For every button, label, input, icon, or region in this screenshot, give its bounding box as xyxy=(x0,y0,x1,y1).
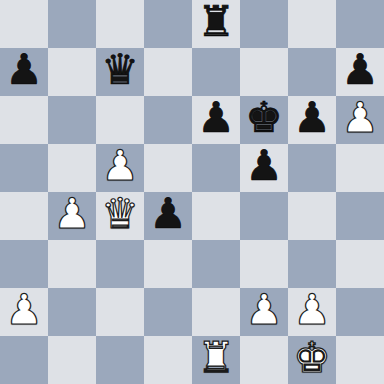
white-pawn[interactable]: ♟ xyxy=(245,288,283,334)
white-pawn[interactable]: ♟ xyxy=(53,192,91,238)
square-a3[interactable] xyxy=(0,240,48,288)
square-e3[interactable] xyxy=(192,240,240,288)
square-h3[interactable] xyxy=(336,240,384,288)
square-f7[interactable] xyxy=(240,48,288,96)
white-pawn[interactable]: ♟ xyxy=(5,288,43,334)
square-d1[interactable] xyxy=(144,336,192,384)
square-f3[interactable] xyxy=(240,240,288,288)
square-c1[interactable] xyxy=(96,336,144,384)
square-a6[interactable] xyxy=(0,96,48,144)
square-d8[interactable] xyxy=(144,0,192,48)
square-a1[interactable] xyxy=(0,336,48,384)
square-b5[interactable] xyxy=(48,144,96,192)
square-c2[interactable] xyxy=(96,288,144,336)
black-pawn[interactable]: ♟ xyxy=(149,192,187,238)
square-c3[interactable] xyxy=(96,240,144,288)
square-f6[interactable]: ♚ xyxy=(240,96,288,144)
square-b8[interactable] xyxy=(48,0,96,48)
square-d7[interactable] xyxy=(144,48,192,96)
square-e8[interactable]: ♜ xyxy=(192,0,240,48)
white-queen[interactable]: ♛ xyxy=(101,192,139,238)
square-g3[interactable] xyxy=(288,240,336,288)
square-h6[interactable]: ♟ xyxy=(336,96,384,144)
square-g2[interactable]: ♟ xyxy=(288,288,336,336)
square-b1[interactable] xyxy=(48,336,96,384)
square-h2[interactable] xyxy=(336,288,384,336)
square-b2[interactable] xyxy=(48,288,96,336)
black-pawn[interactable]: ♟ xyxy=(5,48,43,94)
white-pawn[interactable]: ♟ xyxy=(101,144,139,190)
square-g8[interactable] xyxy=(288,0,336,48)
square-h7[interactable]: ♟ xyxy=(336,48,384,96)
white-rook[interactable]: ♜ xyxy=(197,336,235,382)
square-d4[interactable]: ♟ xyxy=(144,192,192,240)
black-queen[interactable]: ♛ xyxy=(101,48,139,94)
black-pawn[interactable]: ♟ xyxy=(245,144,283,190)
square-d6[interactable] xyxy=(144,96,192,144)
square-e7[interactable] xyxy=(192,48,240,96)
square-g6[interactable]: ♟ xyxy=(288,96,336,144)
white-king[interactable]: ♚ xyxy=(293,336,331,382)
square-d5[interactable] xyxy=(144,144,192,192)
square-h4[interactable] xyxy=(336,192,384,240)
black-pawn[interactable]: ♟ xyxy=(293,96,331,142)
square-b3[interactable] xyxy=(48,240,96,288)
square-a7[interactable]: ♟ xyxy=(0,48,48,96)
square-e6[interactable]: ♟ xyxy=(192,96,240,144)
square-b7[interactable] xyxy=(48,48,96,96)
square-a8[interactable] xyxy=(0,0,48,48)
square-g7[interactable] xyxy=(288,48,336,96)
black-pawn[interactable]: ♟ xyxy=(197,96,235,142)
square-c4[interactable]: ♛ xyxy=(96,192,144,240)
square-f5[interactable]: ♟ xyxy=(240,144,288,192)
square-c6[interactable] xyxy=(96,96,144,144)
square-g1[interactable]: ♚ xyxy=(288,336,336,384)
square-h5[interactable] xyxy=(336,144,384,192)
square-c5[interactable]: ♟ xyxy=(96,144,144,192)
chess-board: ♜♟♛♟♟♚♟♟♟♟♟♛♟♟♟♟♜♚ xyxy=(0,0,384,384)
square-e4[interactable] xyxy=(192,192,240,240)
black-king[interactable]: ♚ xyxy=(245,96,283,142)
square-b6[interactable] xyxy=(48,96,96,144)
square-h8[interactable] xyxy=(336,0,384,48)
square-h1[interactable] xyxy=(336,336,384,384)
square-f4[interactable] xyxy=(240,192,288,240)
square-e1[interactable]: ♜ xyxy=(192,336,240,384)
black-rook[interactable]: ♜ xyxy=(197,0,235,46)
square-b4[interactable]: ♟ xyxy=(48,192,96,240)
square-c7[interactable]: ♛ xyxy=(96,48,144,96)
square-f2[interactable]: ♟ xyxy=(240,288,288,336)
square-f8[interactable] xyxy=(240,0,288,48)
square-e2[interactable] xyxy=(192,288,240,336)
square-g5[interactable] xyxy=(288,144,336,192)
square-a2[interactable]: ♟ xyxy=(0,288,48,336)
white-pawn[interactable]: ♟ xyxy=(293,288,331,334)
square-e5[interactable] xyxy=(192,144,240,192)
square-d3[interactable] xyxy=(144,240,192,288)
square-c8[interactable] xyxy=(96,0,144,48)
black-pawn[interactable]: ♟ xyxy=(341,48,379,94)
square-a4[interactable] xyxy=(0,192,48,240)
square-a5[interactable] xyxy=(0,144,48,192)
square-f1[interactable] xyxy=(240,336,288,384)
square-d2[interactable] xyxy=(144,288,192,336)
square-g4[interactable] xyxy=(288,192,336,240)
white-pawn[interactable]: ♟ xyxy=(341,96,379,142)
